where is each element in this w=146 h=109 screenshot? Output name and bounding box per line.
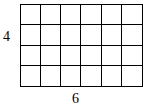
grid-cell [21,25,41,45]
grid-cell [41,66,61,86]
grid-cell [122,66,142,86]
grid-cell [81,46,101,66]
grid-cell [61,46,81,66]
grid-cell [122,46,142,66]
grid-cell [122,25,142,45]
grid-cell [41,46,61,66]
grid-cell [21,66,41,86]
grid-cell [102,66,122,86]
height-dimension-label: 4 [3,30,10,44]
grid-cell [21,5,41,25]
diagram-canvas: 4 6 [0,0,146,109]
grid-cell [61,66,81,86]
grid-cell [81,5,101,25]
grid-cell [81,25,101,45]
grid-cell [102,25,122,45]
grid-cell [102,46,122,66]
width-dimension-label: 6 [72,92,79,106]
grid-cell [102,5,122,25]
grid-cell [61,5,81,25]
grid-cell [41,5,61,25]
grid-board [20,4,143,87]
grid-cell [21,46,41,66]
grid-cell [61,25,81,45]
grid-cell [122,5,142,25]
grid-cell [81,66,101,86]
grid-cell [41,25,61,45]
